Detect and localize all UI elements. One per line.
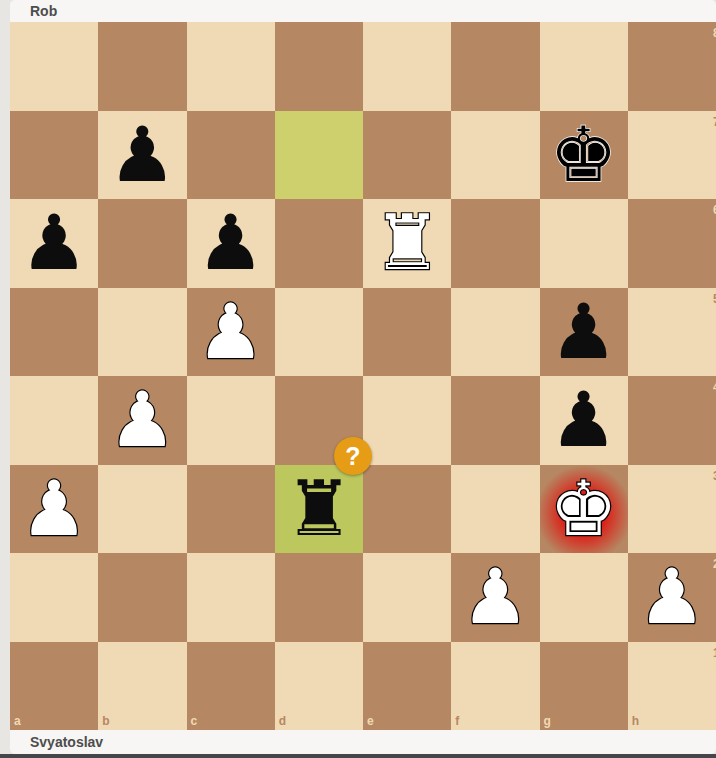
square-f3[interactable] [451, 465, 539, 554]
player-name-bottom[interactable]: Svyatoslav [30, 734, 103, 750]
square-f8[interactable] [451, 22, 539, 111]
square-c3[interactable] [187, 465, 275, 554]
file-label-b: b [102, 714, 109, 728]
square-a7[interactable] [10, 111, 98, 200]
square-g5[interactable]: ♟ [540, 288, 628, 377]
square-d6[interactable] [275, 199, 363, 288]
square-c1[interactable]: c [187, 642, 275, 731]
square-f1[interactable]: f [451, 642, 539, 731]
square-h3[interactable] [628, 465, 716, 554]
square-c2[interactable] [187, 553, 275, 642]
square-g3[interactable]: ♚ [540, 465, 628, 554]
piece-black-pawn-c6[interactable]: ♟ [187, 199, 275, 288]
square-a6[interactable]: ♟ [10, 199, 98, 288]
square-e2[interactable] [363, 553, 451, 642]
square-c5[interactable]: ♟ [187, 288, 275, 377]
square-c7[interactable] [187, 111, 275, 200]
piece-white-rook-e6[interactable]: ♜ [363, 199, 451, 288]
square-g2[interactable] [540, 553, 628, 642]
square-h8[interactable] [628, 22, 716, 111]
piece-white-pawn-c5[interactable]: ♟ [187, 288, 275, 377]
piece-white-pawn-a3[interactable]: ♟ [10, 465, 98, 554]
square-b8[interactable] [98, 22, 186, 111]
square-h1[interactable]: h [628, 642, 716, 731]
square-d2[interactable] [275, 553, 363, 642]
square-g4[interactable]: ♟ [540, 376, 628, 465]
square-g1[interactable]: g [540, 642, 628, 731]
square-d7[interactable] [275, 111, 363, 200]
square-g6[interactable] [540, 199, 628, 288]
piece-white-pawn-b4[interactable]: ♟ [98, 376, 186, 465]
square-e3[interactable] [363, 465, 451, 554]
file-label-e: e [367, 714, 374, 728]
square-f7[interactable] [451, 111, 539, 200]
square-c4[interactable] [187, 376, 275, 465]
square-c6[interactable]: ♟ [187, 199, 275, 288]
file-label-a: a [14, 714, 21, 728]
piece-black-pawn-g4[interactable]: ♟ [540, 376, 628, 465]
square-e6[interactable]: ♜ [363, 199, 451, 288]
square-a1[interactable]: a [10, 642, 98, 731]
mistake-annotation-badge: ? [334, 437, 372, 475]
square-a4[interactable] [10, 376, 98, 465]
square-e4[interactable] [363, 376, 451, 465]
piece-black-king-g7[interactable]: ♚ [540, 111, 628, 200]
piece-black-pawn-b7[interactable]: ♟ [98, 111, 186, 200]
square-b5[interactable] [98, 288, 186, 377]
square-a8[interactable] [10, 22, 98, 111]
player-bar-bottom: Svyatoslav [10, 730, 716, 754]
piece-white-king-g3[interactable]: ♚ [540, 465, 628, 554]
chess-board: ♟♚♟♟♜♟♟♟♟♟♜♚♟♟abcdefgh87654321 [10, 22, 716, 730]
square-b3[interactable] [98, 465, 186, 554]
square-h5[interactable] [628, 288, 716, 377]
window-bottom-edge [0, 754, 716, 758]
square-e7[interactable] [363, 111, 451, 200]
square-e5[interactable] [363, 288, 451, 377]
piece-white-pawn-f2[interactable]: ♟ [451, 553, 539, 642]
player-bar-top: Rob [10, 0, 716, 22]
square-e1[interactable]: e [363, 642, 451, 731]
square-a2[interactable] [10, 553, 98, 642]
square-f2[interactable]: ♟ [451, 553, 539, 642]
file-label-d: d [279, 714, 286, 728]
piece-black-pawn-g5[interactable]: ♟ [540, 288, 628, 377]
square-h4[interactable] [628, 376, 716, 465]
piece-white-pawn-h2[interactable]: ♟ [628, 553, 716, 642]
square-g7[interactable]: ♚ [540, 111, 628, 200]
square-d1[interactable]: d [275, 642, 363, 731]
piece-black-rook-d3[interactable]: ♜ [275, 465, 363, 554]
square-h2[interactable]: ♟ [628, 553, 716, 642]
square-e8[interactable] [363, 22, 451, 111]
square-d8[interactable] [275, 22, 363, 111]
player-name-top[interactable]: Rob [30, 3, 57, 19]
square-b6[interactable] [98, 199, 186, 288]
square-c8[interactable] [187, 22, 275, 111]
mistake-annotation-symbol: ? [345, 442, 360, 471]
square-b4[interactable]: ♟ [98, 376, 186, 465]
square-a3[interactable]: ♟ [10, 465, 98, 554]
square-b2[interactable] [98, 553, 186, 642]
file-label-g: g [544, 714, 551, 728]
square-f5[interactable] [451, 288, 539, 377]
file-label-h: h [632, 714, 639, 728]
file-label-f: f [455, 714, 459, 728]
square-f6[interactable] [451, 199, 539, 288]
square-d3[interactable]: ♜ [275, 465, 363, 554]
square-h6[interactable] [628, 199, 716, 288]
square-f4[interactable] [451, 376, 539, 465]
piece-black-pawn-a6[interactable]: ♟ [10, 199, 98, 288]
square-g8[interactable] [540, 22, 628, 111]
square-b1[interactable]: b [98, 642, 186, 731]
square-h7[interactable] [628, 111, 716, 200]
file-label-c: c [191, 714, 198, 728]
square-d5[interactable] [275, 288, 363, 377]
square-b7[interactable]: ♟ [98, 111, 186, 200]
square-a5[interactable] [10, 288, 98, 377]
